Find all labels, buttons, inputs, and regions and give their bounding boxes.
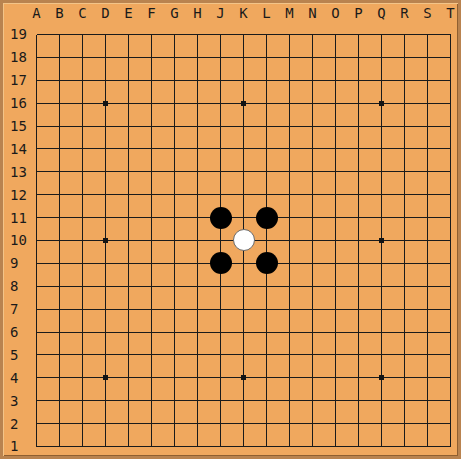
intersection-N14[interactable] (301, 137, 324, 160)
intersection-R7[interactable] (393, 298, 416, 321)
intersection-F11[interactable] (140, 206, 163, 229)
intersection-F14[interactable] (140, 137, 163, 160)
intersection-Q9[interactable] (370, 252, 393, 275)
intersection-L11[interactable] (255, 206, 278, 229)
intersection-B8[interactable] (48, 275, 71, 298)
intersection-T16[interactable] (439, 92, 461, 115)
intersection-A16[interactable] (25, 92, 48, 115)
intersection-R18[interactable] (393, 46, 416, 69)
intersection-L5[interactable] (255, 343, 278, 366)
intersection-Q18[interactable] (370, 46, 393, 69)
intersection-P10[interactable] (347, 229, 370, 252)
intersection-A13[interactable] (25, 160, 48, 183)
intersection-F5[interactable] (140, 343, 163, 366)
intersection-Q10[interactable] (370, 229, 393, 252)
intersection-R3[interactable] (393, 389, 416, 412)
intersection-S9[interactable] (416, 252, 439, 275)
intersection-E7[interactable] (117, 298, 140, 321)
intersection-F18[interactable] (140, 46, 163, 69)
intersection-A8[interactable] (25, 275, 48, 298)
intersection-N18[interactable] (301, 46, 324, 69)
intersection-K9[interactable] (232, 252, 255, 275)
intersection-L12[interactable] (255, 183, 278, 206)
intersection-T13[interactable] (439, 160, 461, 183)
intersection-D10[interactable] (94, 229, 117, 252)
intersection-G10[interactable] (163, 229, 186, 252)
intersection-C16[interactable] (71, 92, 94, 115)
intersection-K14[interactable] (232, 137, 255, 160)
intersection-B19[interactable] (48, 23, 71, 46)
intersection-T15[interactable] (439, 115, 461, 138)
intersection-S1[interactable] (416, 435, 439, 458)
intersection-O1[interactable] (324, 435, 347, 458)
intersection-C17[interactable] (71, 69, 94, 92)
intersection-T4[interactable] (439, 366, 461, 389)
intersection-P1[interactable] (347, 435, 370, 458)
intersection-J18[interactable] (209, 46, 232, 69)
intersection-D16[interactable] (94, 92, 117, 115)
intersection-R16[interactable] (393, 92, 416, 115)
intersection-D1[interactable] (94, 435, 117, 458)
intersection-C13[interactable] (71, 160, 94, 183)
intersection-E19[interactable] (117, 23, 140, 46)
intersection-B4[interactable] (48, 366, 71, 389)
intersection-G7[interactable] (163, 298, 186, 321)
intersection-T3[interactable] (439, 389, 461, 412)
intersection-P8[interactable] (347, 275, 370, 298)
intersection-D6[interactable] (94, 321, 117, 344)
intersection-N8[interactable] (301, 275, 324, 298)
intersection-H5[interactable] (186, 343, 209, 366)
intersection-G2[interactable] (163, 412, 186, 435)
intersection-O14[interactable] (324, 137, 347, 160)
intersection-S16[interactable] (416, 92, 439, 115)
intersection-K10[interactable] (232, 229, 255, 252)
intersection-O5[interactable] (324, 343, 347, 366)
intersection-P7[interactable] (347, 298, 370, 321)
intersection-O10[interactable] (324, 229, 347, 252)
intersection-Q19[interactable] (370, 23, 393, 46)
intersection-O4[interactable] (324, 366, 347, 389)
intersection-Q12[interactable] (370, 183, 393, 206)
intersection-L4[interactable] (255, 366, 278, 389)
intersection-Q14[interactable] (370, 137, 393, 160)
intersection-S13[interactable] (416, 160, 439, 183)
intersection-T2[interactable] (439, 412, 461, 435)
intersection-P17[interactable] (347, 69, 370, 92)
intersection-H9[interactable] (186, 252, 209, 275)
intersection-O7[interactable] (324, 298, 347, 321)
intersection-C7[interactable] (71, 298, 94, 321)
intersection-E17[interactable] (117, 69, 140, 92)
intersection-A7[interactable] (25, 298, 48, 321)
intersection-E1[interactable] (117, 435, 140, 458)
intersection-B17[interactable] (48, 69, 71, 92)
intersection-K11[interactable] (232, 206, 255, 229)
intersection-H8[interactable] (186, 275, 209, 298)
intersection-P13[interactable] (347, 160, 370, 183)
intersection-K3[interactable] (232, 389, 255, 412)
intersection-L19[interactable] (255, 23, 278, 46)
intersection-J11[interactable] (209, 206, 232, 229)
intersection-Q6[interactable] (370, 321, 393, 344)
intersection-M6[interactable] (278, 321, 301, 344)
intersection-J8[interactable] (209, 275, 232, 298)
intersection-T11[interactable] (439, 206, 461, 229)
intersection-C14[interactable] (71, 137, 94, 160)
intersection-M9[interactable] (278, 252, 301, 275)
intersection-R10[interactable] (393, 229, 416, 252)
intersection-D9[interactable] (94, 252, 117, 275)
intersection-B15[interactable] (48, 115, 71, 138)
intersection-O6[interactable] (324, 321, 347, 344)
intersection-S7[interactable] (416, 298, 439, 321)
intersection-A2[interactable] (25, 412, 48, 435)
intersection-J16[interactable] (209, 92, 232, 115)
intersection-T18[interactable] (439, 46, 461, 69)
intersection-O12[interactable] (324, 183, 347, 206)
intersection-J3[interactable] (209, 389, 232, 412)
intersection-R17[interactable] (393, 69, 416, 92)
intersection-K6[interactable] (232, 321, 255, 344)
intersection-J9[interactable] (209, 252, 232, 275)
intersection-Q3[interactable] (370, 389, 393, 412)
intersection-E16[interactable] (117, 92, 140, 115)
intersection-H1[interactable] (186, 435, 209, 458)
intersection-T1[interactable] (439, 435, 461, 458)
intersection-D15[interactable] (94, 115, 117, 138)
intersection-E18[interactable] (117, 46, 140, 69)
intersection-P15[interactable] (347, 115, 370, 138)
intersection-S18[interactable] (416, 46, 439, 69)
intersection-K8[interactable] (232, 275, 255, 298)
intersection-D8[interactable] (94, 275, 117, 298)
intersection-S6[interactable] (416, 321, 439, 344)
intersection-B1[interactable] (48, 435, 71, 458)
intersection-N10[interactable] (301, 229, 324, 252)
intersection-G11[interactable] (163, 206, 186, 229)
intersection-E4[interactable] (117, 366, 140, 389)
intersection-B18[interactable] (48, 46, 71, 69)
intersection-G3[interactable] (163, 389, 186, 412)
intersection-N11[interactable] (301, 206, 324, 229)
intersection-M4[interactable] (278, 366, 301, 389)
intersection-F10[interactable] (140, 229, 163, 252)
intersection-B13[interactable] (48, 160, 71, 183)
intersection-O13[interactable] (324, 160, 347, 183)
intersection-E5[interactable] (117, 343, 140, 366)
intersection-P12[interactable] (347, 183, 370, 206)
intersection-N15[interactable] (301, 115, 324, 138)
intersection-F8[interactable] (140, 275, 163, 298)
intersection-D7[interactable] (94, 298, 117, 321)
intersection-A17[interactable] (25, 69, 48, 92)
intersection-D5[interactable] (94, 343, 117, 366)
intersection-G9[interactable] (163, 252, 186, 275)
intersection-A3[interactable] (25, 389, 48, 412)
intersection-D4[interactable] (94, 366, 117, 389)
intersection-L6[interactable] (255, 321, 278, 344)
intersection-Q15[interactable] (370, 115, 393, 138)
intersection-M18[interactable] (278, 46, 301, 69)
intersection-Q1[interactable] (370, 435, 393, 458)
intersection-H10[interactable] (186, 229, 209, 252)
intersection-M16[interactable] (278, 92, 301, 115)
intersection-S5[interactable] (416, 343, 439, 366)
intersection-J7[interactable] (209, 298, 232, 321)
intersection-O8[interactable] (324, 275, 347, 298)
intersection-L13[interactable] (255, 160, 278, 183)
intersection-G19[interactable] (163, 23, 186, 46)
intersection-F15[interactable] (140, 115, 163, 138)
intersection-E13[interactable] (117, 160, 140, 183)
intersection-F17[interactable] (140, 69, 163, 92)
intersection-H4[interactable] (186, 366, 209, 389)
intersection-L2[interactable] (255, 412, 278, 435)
intersection-Q8[interactable] (370, 275, 393, 298)
intersection-T14[interactable] (439, 137, 461, 160)
intersection-N19[interactable] (301, 23, 324, 46)
intersection-S3[interactable] (416, 389, 439, 412)
intersection-M12[interactable] (278, 183, 301, 206)
intersection-R2[interactable] (393, 412, 416, 435)
intersection-N3[interactable] (301, 389, 324, 412)
intersection-H13[interactable] (186, 160, 209, 183)
intersection-S8[interactable] (416, 275, 439, 298)
intersection-H15[interactable] (186, 115, 209, 138)
intersection-H18[interactable] (186, 46, 209, 69)
intersection-O19[interactable] (324, 23, 347, 46)
intersection-T9[interactable] (439, 252, 461, 275)
intersection-A18[interactable] (25, 46, 48, 69)
intersection-C3[interactable] (71, 389, 94, 412)
intersection-L15[interactable] (255, 115, 278, 138)
intersection-M3[interactable] (278, 389, 301, 412)
intersection-R13[interactable] (393, 160, 416, 183)
intersection-A10[interactable] (25, 229, 48, 252)
intersection-L7[interactable] (255, 298, 278, 321)
intersection-K12[interactable] (232, 183, 255, 206)
intersection-B14[interactable] (48, 137, 71, 160)
intersection-L9[interactable] (255, 252, 278, 275)
intersection-D13[interactable] (94, 160, 117, 183)
intersection-B16[interactable] (48, 92, 71, 115)
intersection-R8[interactable] (393, 275, 416, 298)
intersection-M14[interactable] (278, 137, 301, 160)
intersection-L18[interactable] (255, 46, 278, 69)
intersection-G1[interactable] (163, 435, 186, 458)
intersection-A15[interactable] (25, 115, 48, 138)
intersection-G14[interactable] (163, 137, 186, 160)
intersection-B9[interactable] (48, 252, 71, 275)
intersection-H3[interactable] (186, 389, 209, 412)
intersection-K2[interactable] (232, 412, 255, 435)
intersection-P18[interactable] (347, 46, 370, 69)
intersection-J2[interactable] (209, 412, 232, 435)
intersection-M8[interactable] (278, 275, 301, 298)
intersection-D2[interactable] (94, 412, 117, 435)
intersection-H12[interactable] (186, 183, 209, 206)
intersection-O11[interactable] (324, 206, 347, 229)
intersection-P2[interactable] (347, 412, 370, 435)
intersection-K13[interactable] (232, 160, 255, 183)
intersection-L10[interactable] (255, 229, 278, 252)
intersection-E2[interactable] (117, 412, 140, 435)
intersection-C4[interactable] (71, 366, 94, 389)
intersection-G8[interactable] (163, 275, 186, 298)
intersection-J5[interactable] (209, 343, 232, 366)
intersection-T17[interactable] (439, 69, 461, 92)
intersection-H16[interactable] (186, 92, 209, 115)
intersection-F6[interactable] (140, 321, 163, 344)
intersection-P9[interactable] (347, 252, 370, 275)
intersection-E15[interactable] (117, 115, 140, 138)
intersection-K1[interactable] (232, 435, 255, 458)
intersection-N4[interactable] (301, 366, 324, 389)
intersection-M13[interactable] (278, 160, 301, 183)
intersection-F9[interactable] (140, 252, 163, 275)
intersection-M7[interactable] (278, 298, 301, 321)
intersection-G4[interactable] (163, 366, 186, 389)
intersection-S11[interactable] (416, 206, 439, 229)
intersection-E9[interactable] (117, 252, 140, 275)
intersection-F7[interactable] (140, 298, 163, 321)
intersection-P16[interactable] (347, 92, 370, 115)
intersection-O2[interactable] (324, 412, 347, 435)
intersection-H14[interactable] (186, 137, 209, 160)
intersection-P5[interactable] (347, 343, 370, 366)
intersection-A9[interactable] (25, 252, 48, 275)
intersection-T10[interactable] (439, 229, 461, 252)
intersection-J12[interactable] (209, 183, 232, 206)
intersection-C19[interactable] (71, 23, 94, 46)
intersection-A6[interactable] (25, 321, 48, 344)
intersection-S17[interactable] (416, 69, 439, 92)
intersection-N9[interactable] (301, 252, 324, 275)
intersection-O16[interactable] (324, 92, 347, 115)
intersection-D3[interactable] (94, 389, 117, 412)
intersection-F19[interactable] (140, 23, 163, 46)
intersection-H7[interactable] (186, 298, 209, 321)
intersection-H11[interactable] (186, 206, 209, 229)
intersection-P4[interactable] (347, 366, 370, 389)
intersection-B7[interactable] (48, 298, 71, 321)
intersection-H2[interactable] (186, 412, 209, 435)
intersection-D18[interactable] (94, 46, 117, 69)
intersection-B5[interactable] (48, 343, 71, 366)
intersection-N1[interactable] (301, 435, 324, 458)
intersection-J14[interactable] (209, 137, 232, 160)
intersection-H6[interactable] (186, 321, 209, 344)
intersection-R5[interactable] (393, 343, 416, 366)
intersection-K15[interactable] (232, 115, 255, 138)
intersection-M19[interactable] (278, 23, 301, 46)
intersection-A1[interactable] (25, 435, 48, 458)
intersection-P3[interactable] (347, 389, 370, 412)
intersection-T7[interactable] (439, 298, 461, 321)
intersection-C9[interactable] (71, 252, 94, 275)
intersection-N12[interactable] (301, 183, 324, 206)
intersection-F3[interactable] (140, 389, 163, 412)
intersection-S10[interactable] (416, 229, 439, 252)
intersection-L14[interactable] (255, 137, 278, 160)
intersection-N16[interactable] (301, 92, 324, 115)
intersection-T6[interactable] (439, 321, 461, 344)
intersection-S4[interactable] (416, 366, 439, 389)
intersection-L17[interactable] (255, 69, 278, 92)
intersection-E14[interactable] (117, 137, 140, 160)
intersection-C8[interactable] (71, 275, 94, 298)
intersection-D12[interactable] (94, 183, 117, 206)
intersection-F12[interactable] (140, 183, 163, 206)
intersection-S12[interactable] (416, 183, 439, 206)
intersection-P6[interactable] (347, 321, 370, 344)
intersection-T8[interactable] (439, 275, 461, 298)
intersection-R15[interactable] (393, 115, 416, 138)
intersection-N2[interactable] (301, 412, 324, 435)
intersection-K17[interactable] (232, 69, 255, 92)
intersection-R12[interactable] (393, 183, 416, 206)
intersection-E12[interactable] (117, 183, 140, 206)
intersection-O3[interactable] (324, 389, 347, 412)
intersection-C11[interactable] (71, 206, 94, 229)
intersection-C5[interactable] (71, 343, 94, 366)
intersection-N6[interactable] (301, 321, 324, 344)
intersection-J10[interactable] (209, 229, 232, 252)
intersection-K19[interactable] (232, 23, 255, 46)
intersection-S2[interactable] (416, 412, 439, 435)
intersection-H17[interactable] (186, 69, 209, 92)
intersection-B2[interactable] (48, 412, 71, 435)
intersection-M5[interactable] (278, 343, 301, 366)
intersection-C18[interactable] (71, 46, 94, 69)
intersection-R9[interactable] (393, 252, 416, 275)
intersection-P14[interactable] (347, 137, 370, 160)
intersection-O9[interactable] (324, 252, 347, 275)
intersection-J1[interactable] (209, 435, 232, 458)
intersection-G5[interactable] (163, 343, 186, 366)
intersection-Q2[interactable] (370, 412, 393, 435)
intersection-Q4[interactable] (370, 366, 393, 389)
intersection-M17[interactable] (278, 69, 301, 92)
intersection-F13[interactable] (140, 160, 163, 183)
intersection-M15[interactable] (278, 115, 301, 138)
intersection-C1[interactable] (71, 435, 94, 458)
intersection-M10[interactable] (278, 229, 301, 252)
intersection-R1[interactable] (393, 435, 416, 458)
intersection-J6[interactable] (209, 321, 232, 344)
intersection-C2[interactable] (71, 412, 94, 435)
intersection-D17[interactable] (94, 69, 117, 92)
intersection-D14[interactable] (94, 137, 117, 160)
intersection-G18[interactable] (163, 46, 186, 69)
intersection-G12[interactable] (163, 183, 186, 206)
intersection-G17[interactable] (163, 69, 186, 92)
intersection-A4[interactable] (25, 366, 48, 389)
intersection-N13[interactable] (301, 160, 324, 183)
intersection-C12[interactable] (71, 183, 94, 206)
intersection-Q11[interactable] (370, 206, 393, 229)
intersection-O15[interactable] (324, 115, 347, 138)
intersection-S15[interactable] (416, 115, 439, 138)
intersection-E3[interactable] (117, 389, 140, 412)
intersection-N7[interactable] (301, 298, 324, 321)
intersection-K16[interactable] (232, 92, 255, 115)
intersection-B11[interactable] (48, 206, 71, 229)
intersection-A14[interactable] (25, 137, 48, 160)
intersection-J17[interactable] (209, 69, 232, 92)
intersection-J15[interactable] (209, 115, 232, 138)
